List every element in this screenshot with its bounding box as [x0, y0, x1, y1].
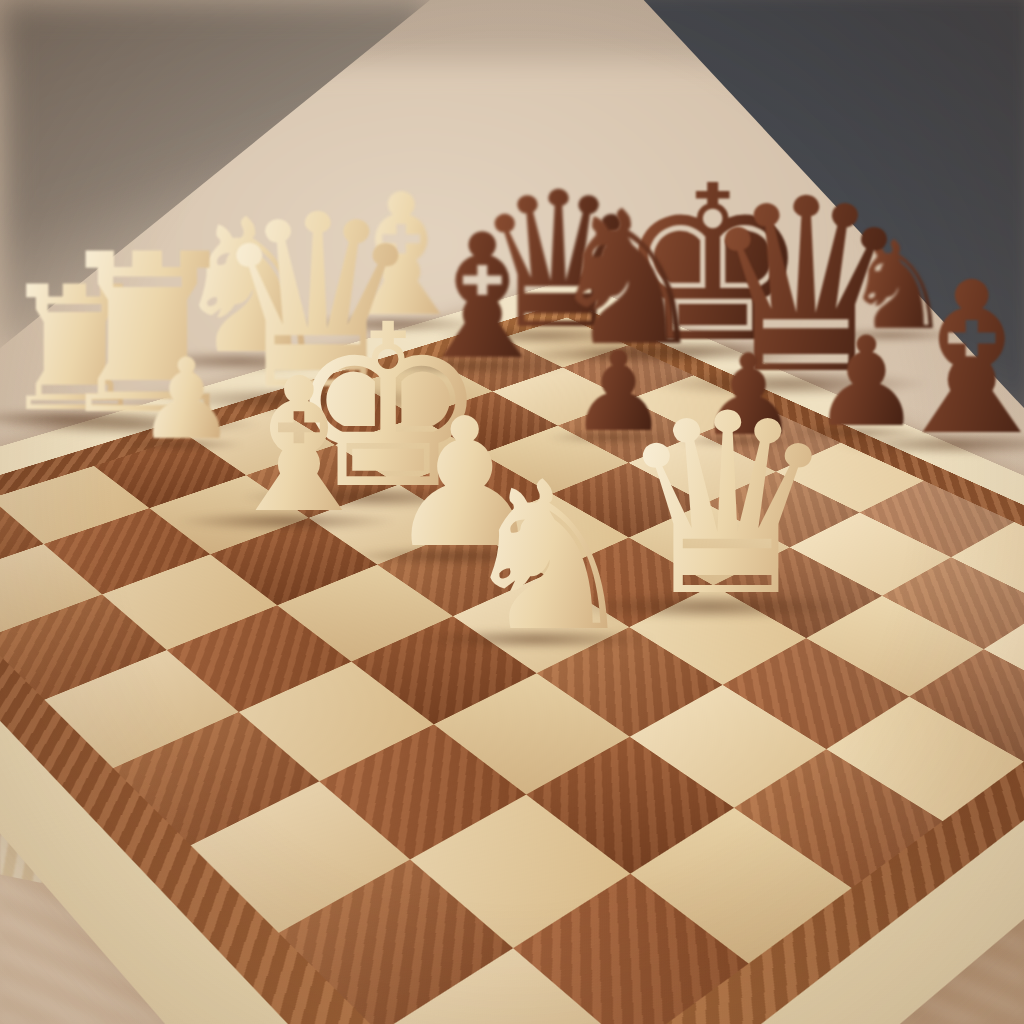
white-knight[interactable]: ♞	[457, 467, 641, 647]
white-bishop[interactable]: ♝	[216, 366, 382, 529]
bishop-glyph: ♝	[216, 366, 382, 529]
queen-glyph: ♛	[615, 396, 839, 616]
pieces-layer: ♝♞♛♚♞♞♝♛♛♜♜♟♟♟♟♝♚♝♟♛♞	[0, 0, 1024, 1024]
white-queen[interactable]: ♛	[615, 396, 839, 616]
knight-glyph: ♞	[457, 467, 641, 647]
chess-photo-scene: ♝♞♛♚♞♞♝♛♛♜♜♟♟♟♟♝♚♝♟♛♞	[0, 0, 1024, 1024]
black-bishop[interactable]: ♝	[878, 268, 1024, 453]
bishop-glyph: ♝	[878, 268, 1024, 453]
